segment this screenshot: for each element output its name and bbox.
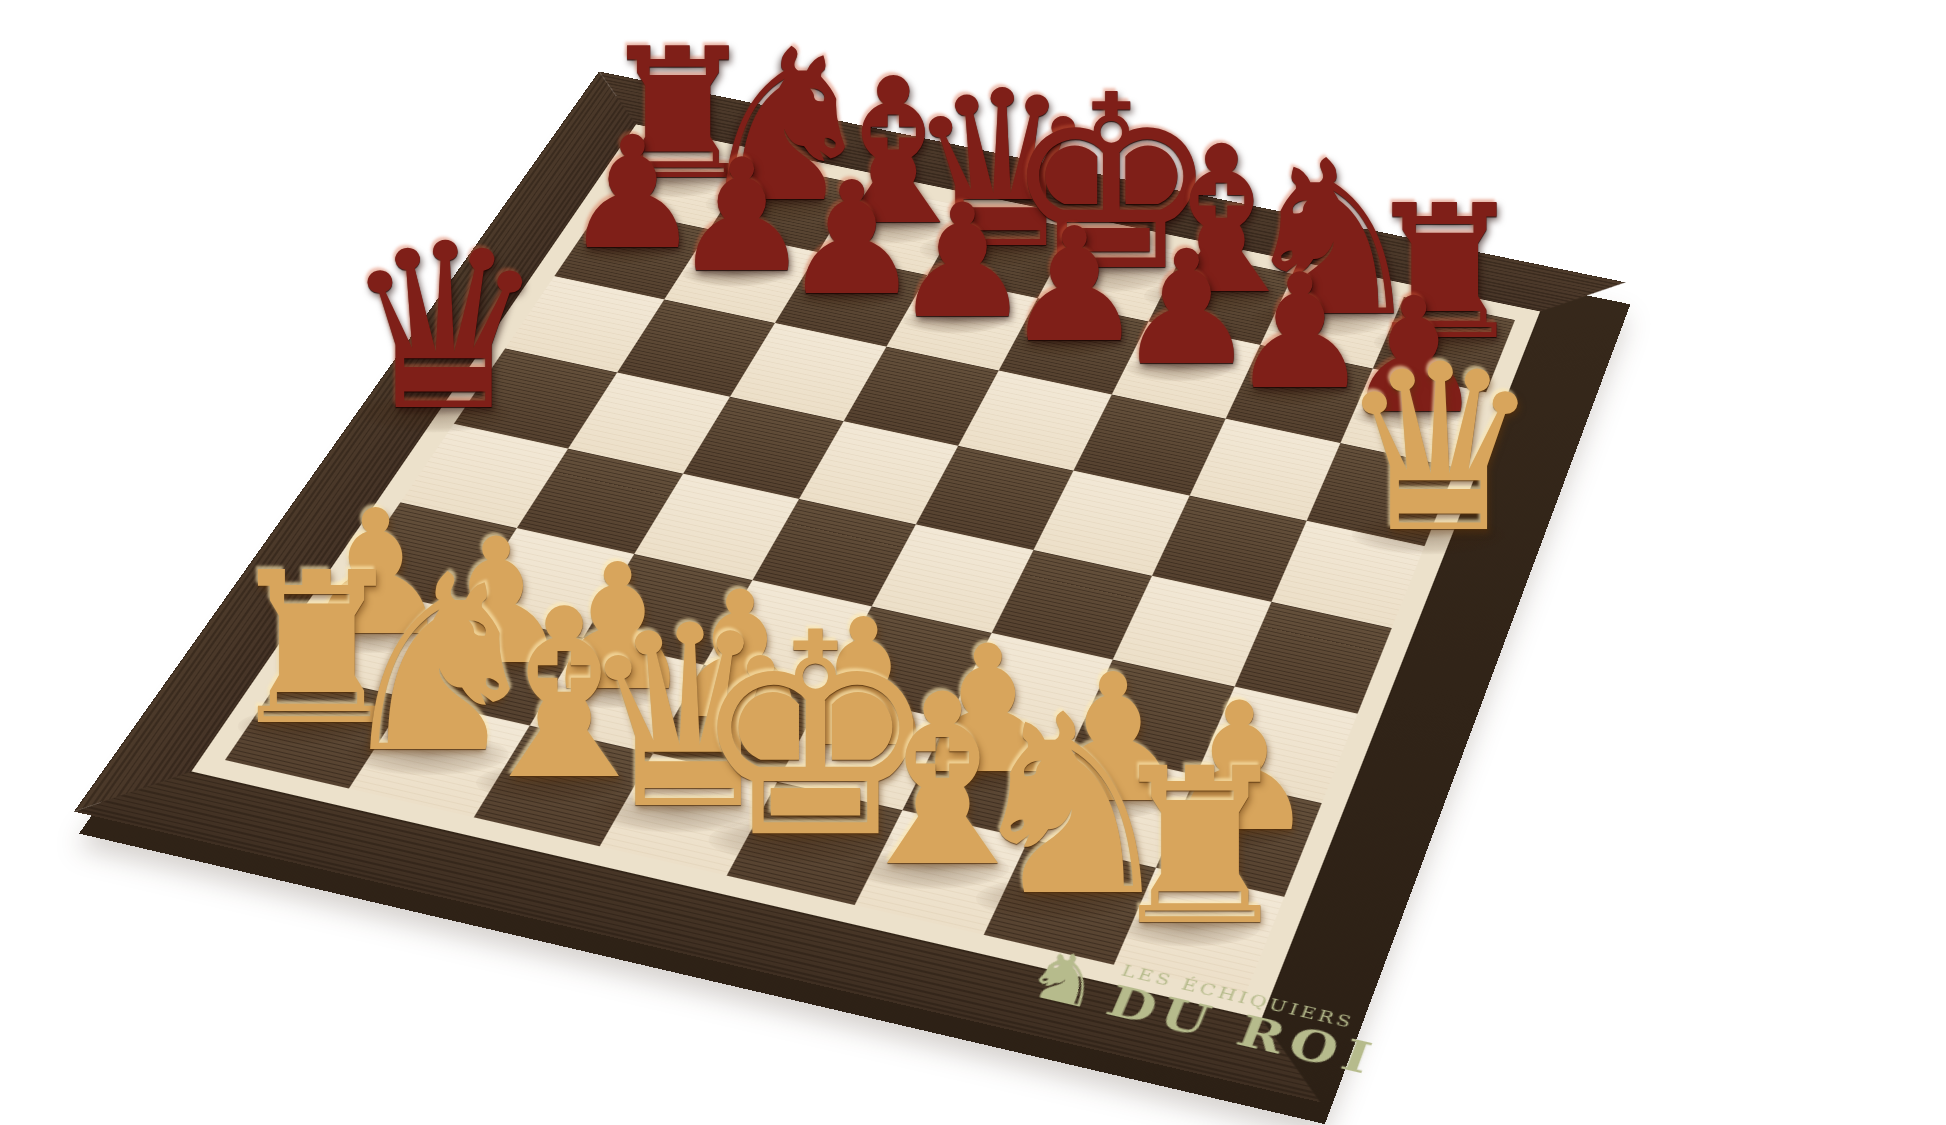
red-queen-spare-left-a4a5-spare: ♛ xyxy=(342,214,547,443)
white-queen-spare-right-h5h6-spare: ♛ xyxy=(1337,334,1544,565)
pieces-layer: ♜♞♝♛♚♝♞♜♟♟♟♟♟♟♟♟♟♟♟♟♟♟♟♟♜♞♝♛♚♝♞♜♛♛ xyxy=(0,0,1946,1125)
white-rook-h1: ♜ xyxy=(1103,741,1296,957)
chessboard-product-photo: ♞ LES ÉCHIQUIERS DU ROI ♜♞♝♛♚♝♞♜♟♟♟♟♟♟♟♟… xyxy=(0,0,1946,1125)
